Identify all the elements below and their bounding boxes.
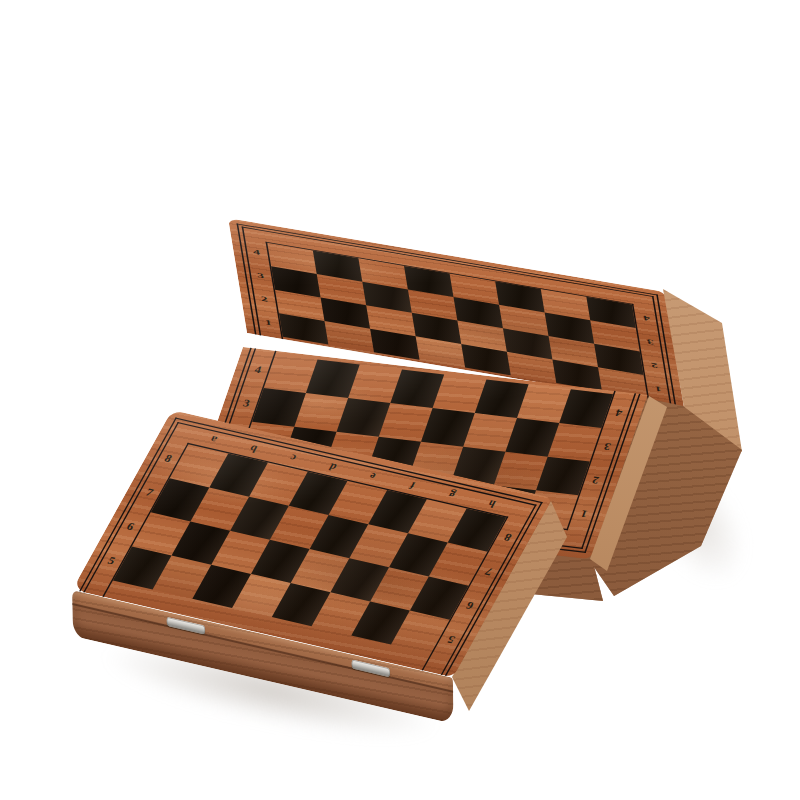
hinge-icon bbox=[167, 617, 206, 635]
product-photo-scene: 43214321 43214321 87658765abcdefgh bbox=[0, 0, 800, 800]
hinge-icon bbox=[352, 659, 391, 677]
large-board-shadow bbox=[604, 420, 793, 631]
